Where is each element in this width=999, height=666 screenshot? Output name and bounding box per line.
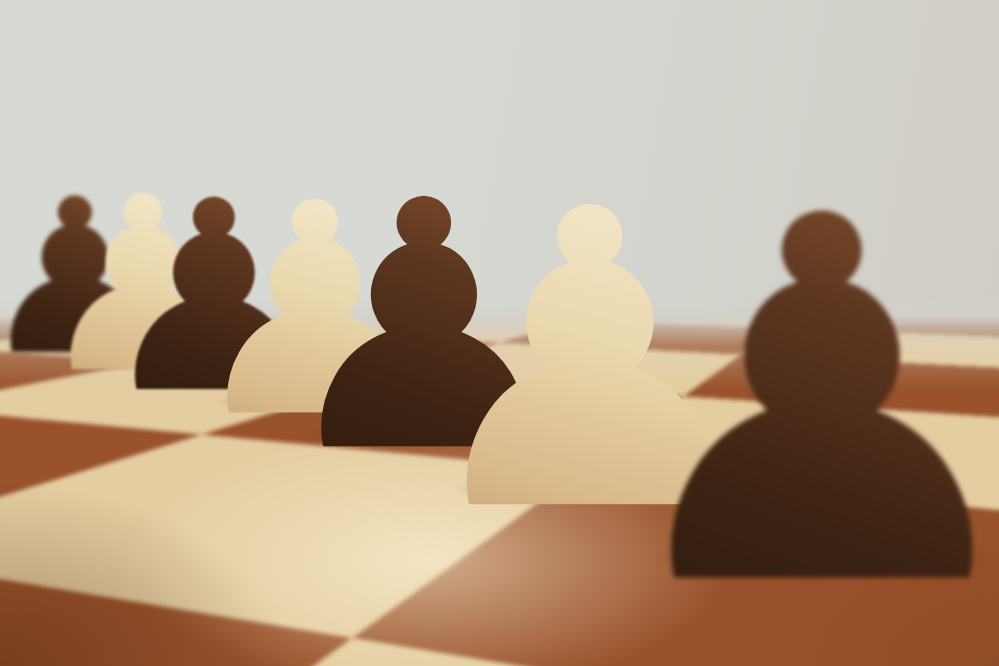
dark-pawn-glyph: ♟	[597, 152, 999, 655]
photo-stage: ♟ ♟ ♟ ♟ ♟ ♟ ♟	[0, 0, 999, 666]
